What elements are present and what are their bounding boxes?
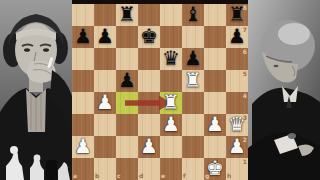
square-f2 xyxy=(182,136,204,158)
square-a7: ♟ xyxy=(72,26,94,48)
square-c1: c xyxy=(116,158,138,180)
square-d4 xyxy=(138,92,160,114)
white-rook-e4: ♜ xyxy=(160,92,182,114)
file-label-a: a xyxy=(73,173,77,179)
white-pawn-b4: ♟ xyxy=(94,92,116,114)
square-d2: ♟ xyxy=(138,136,160,158)
square-h5: 5 xyxy=(226,70,248,92)
square-g3: ♟ xyxy=(204,114,226,136)
square-b1: b xyxy=(94,158,116,180)
square-e7 xyxy=(160,26,182,48)
black-queen-e6: ♛ xyxy=(160,48,182,70)
square-h6: 6 xyxy=(226,48,248,70)
square-d8 xyxy=(138,4,160,26)
square-g8 xyxy=(204,4,226,26)
right-player-portrait-art xyxy=(248,0,320,180)
square-c5: ♟ xyxy=(116,70,138,92)
right-player-photo xyxy=(248,0,320,180)
square-b6 xyxy=(94,48,116,70)
file-label-g: g xyxy=(205,173,209,179)
square-g6 xyxy=(204,48,226,70)
black-rook-c8: ♜ xyxy=(116,4,138,26)
square-h7: ♟7 xyxy=(226,26,248,48)
square-a4 xyxy=(72,92,94,114)
square-b2 xyxy=(94,136,116,158)
square-a8 xyxy=(72,4,94,26)
square-f6: ♟ xyxy=(182,48,204,70)
square-d6 xyxy=(138,48,160,70)
rank-label-8: 8 xyxy=(243,5,247,11)
square-d7: ♚ xyxy=(138,26,160,48)
square-g1: ♚g xyxy=(204,158,226,180)
square-g7 xyxy=(204,26,226,48)
file-label-f: f xyxy=(183,173,186,179)
square-e4: ♜ xyxy=(160,92,182,114)
rank-label-3: 3 xyxy=(243,115,247,121)
black-pawn-f6: ♟ xyxy=(182,48,204,70)
chess-board-area: ♜♝♜8♟♟♚♟7♛♟6♟♜5♟♜4♟♟♛3♟♟♟2abcdef♚g1h xyxy=(72,0,248,180)
square-d1: d xyxy=(138,158,160,180)
square-e2 xyxy=(160,136,182,158)
square-a5 xyxy=(72,70,94,92)
square-h1: 1h xyxy=(226,158,248,180)
square-e1: e xyxy=(160,158,182,180)
square-c6 xyxy=(116,48,138,70)
white-pawn-d2: ♟ xyxy=(138,136,160,158)
square-d5 xyxy=(138,70,160,92)
left-player-photo xyxy=(0,0,72,180)
rank-label-5: 5 xyxy=(243,71,247,77)
square-h3: ♛3 xyxy=(226,114,248,136)
square-f1: f xyxy=(182,158,204,180)
left-player-portrait-art xyxy=(0,0,72,180)
white-pawn-g3: ♟ xyxy=(204,114,226,136)
square-b4: ♟ xyxy=(94,92,116,114)
black-bishop-f8: ♝ xyxy=(182,4,204,26)
square-h4: 4 xyxy=(226,92,248,114)
file-label-c: c xyxy=(117,173,121,179)
file-label-e: e xyxy=(161,173,165,179)
square-g2 xyxy=(204,136,226,158)
file-label-h: h xyxy=(227,173,231,179)
white-pawn-a2: ♟ xyxy=(72,136,94,158)
rank-label-2: 2 xyxy=(243,137,247,143)
rank-label-1: 1 xyxy=(243,159,247,165)
file-label-b: b xyxy=(95,173,99,179)
square-b7: ♟ xyxy=(94,26,116,48)
square-e6: ♛ xyxy=(160,48,182,70)
square-e5 xyxy=(160,70,182,92)
chess-board: ♜♝♜8♟♟♚♟7♛♟6♟♜5♟♜4♟♟♛3♟♟♟2abcdef♚g1h xyxy=(72,4,248,180)
square-b8 xyxy=(94,4,116,26)
black-pawn-a7: ♟ xyxy=(72,26,94,48)
square-g4 xyxy=(204,92,226,114)
black-pawn-b7: ♟ xyxy=(94,26,116,48)
white-rook-f5: ♜ xyxy=(182,70,204,92)
square-f7 xyxy=(182,26,204,48)
file-label-d: d xyxy=(139,173,143,179)
square-b3 xyxy=(94,114,116,136)
square-h2: ♟2 xyxy=(226,136,248,158)
rank-label-6: 6 xyxy=(243,49,247,55)
black-king-d7: ♚ xyxy=(138,26,160,48)
square-f3 xyxy=(182,114,204,136)
square-a1: a xyxy=(72,158,94,180)
black-pawn-c5: ♟ xyxy=(116,70,138,92)
square-f4 xyxy=(182,92,204,114)
square-f5: ♜ xyxy=(182,70,204,92)
square-a6 xyxy=(72,48,94,70)
square-c2 xyxy=(116,136,138,158)
square-d3 xyxy=(138,114,160,136)
square-c8: ♜ xyxy=(116,4,138,26)
square-e3: ♟ xyxy=(160,114,182,136)
square-c3 xyxy=(116,114,138,136)
square-g5 xyxy=(204,70,226,92)
square-f8: ♝ xyxy=(182,4,204,26)
square-b5 xyxy=(94,70,116,92)
square-c7 xyxy=(116,26,138,48)
rank-label-7: 7 xyxy=(243,27,247,33)
square-a2: ♟ xyxy=(72,136,94,158)
square-h8: ♜8 xyxy=(226,4,248,26)
square-a3 xyxy=(72,114,94,136)
rank-label-4: 4 xyxy=(243,93,247,99)
white-pawn-e3: ♟ xyxy=(160,114,182,136)
square-c4 xyxy=(116,92,138,114)
video-frame: ♜♝♜8♟♟♚♟7♛♟6♟♜5♟♜4♟♟♛3♟♟♟2abcdef♚g1h xyxy=(0,0,320,180)
square-e8 xyxy=(160,4,182,26)
